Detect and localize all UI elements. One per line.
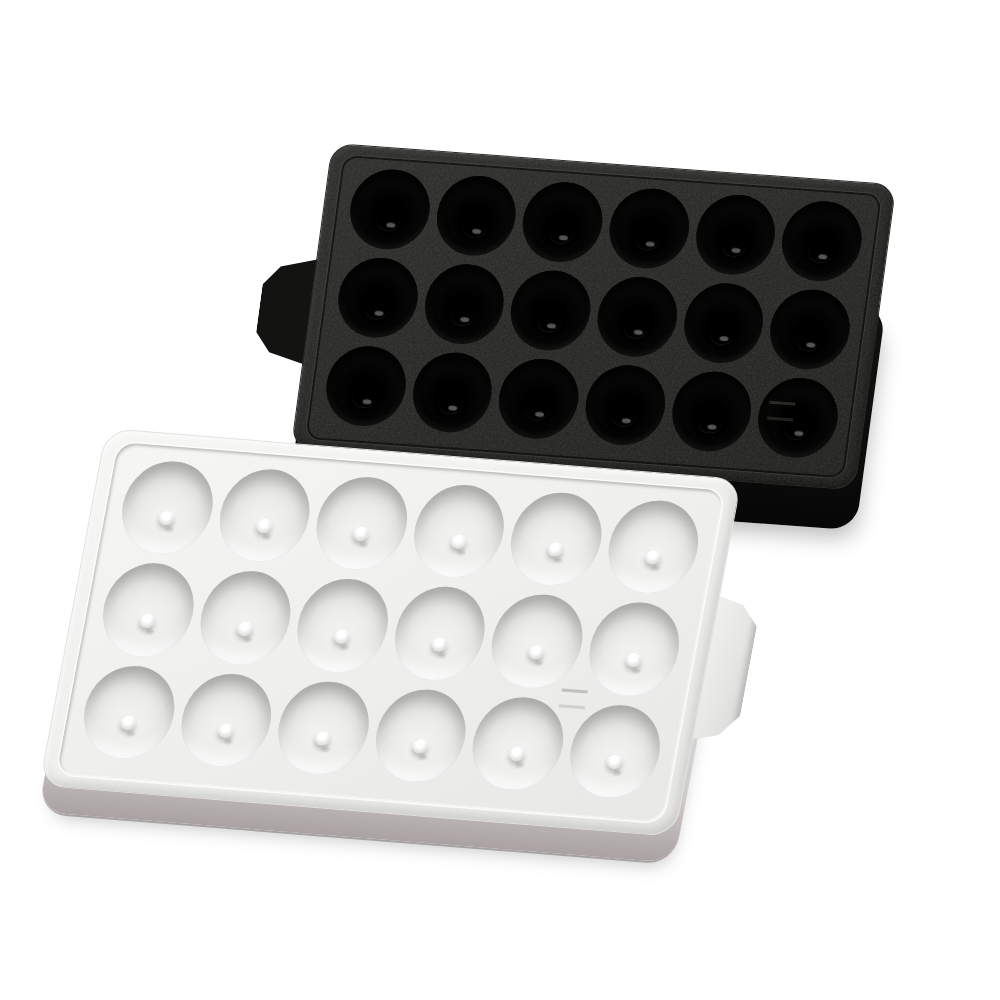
pit-white-r2c1 <box>95 560 200 659</box>
pit-black-r3c5 <box>667 369 756 454</box>
pit-highlight-speck <box>547 323 557 329</box>
pit-white-r1c2 <box>212 466 317 565</box>
pit-white-r3c1 <box>76 662 181 761</box>
pit-center-nub <box>449 534 467 549</box>
pit-center-hole <box>611 404 637 426</box>
pit-center-nub <box>352 527 370 542</box>
pit-black-r3c4 <box>581 363 670 448</box>
pit-highlight-speck <box>818 254 828 260</box>
black-tray <box>291 143 897 490</box>
pit-white-r1c6 <box>600 497 705 596</box>
pit-center-nub <box>605 754 623 769</box>
pit-center-hole <box>623 316 649 338</box>
pit-center-nub <box>255 519 273 534</box>
pit-highlight-speck <box>418 754 427 760</box>
pit-highlight-speck <box>145 629 154 635</box>
pit-center-hole <box>795 329 821 351</box>
pit-center-hole <box>536 310 562 332</box>
pit-highlight-speck <box>534 660 543 666</box>
pit-highlight-speck <box>633 329 643 335</box>
pit-center-nub <box>158 511 176 526</box>
pit-center-hole <box>709 322 735 344</box>
pit-black-r2c1 <box>333 255 422 340</box>
pit-highlight-speck <box>224 738 233 744</box>
pit-center-hole <box>351 385 377 407</box>
pit-black-r3c2 <box>408 350 497 435</box>
black-tray-top-face <box>291 143 897 490</box>
white-tray <box>39 428 742 837</box>
white-tray-top-face <box>39 428 742 837</box>
pit-center-nub <box>546 542 564 557</box>
pit-center-hole <box>548 221 574 243</box>
pit-highlight-speck <box>553 558 562 564</box>
pit-white-r3c5 <box>465 694 570 793</box>
pit-highlight-speck <box>126 731 135 737</box>
pit-white-r2c4 <box>387 584 492 683</box>
pit-highlight-speck <box>559 235 569 241</box>
pit-white-r1c1 <box>114 458 219 557</box>
pit-black-r2c2 <box>420 262 509 347</box>
pit-highlight-speck <box>321 746 330 752</box>
pit-center-hole <box>375 209 401 231</box>
pit-white-r1c5 <box>503 489 608 588</box>
pit-black-r2c3 <box>506 268 595 353</box>
pit-center-hole <box>721 234 747 256</box>
pit-highlight-speck <box>645 241 655 247</box>
pit-highlight-speck <box>651 566 660 572</box>
pit-highlight-speck <box>362 399 372 405</box>
pit-center-nub <box>217 723 235 738</box>
pit-highlight-speck <box>165 526 174 532</box>
pit-center-hole <box>524 398 550 420</box>
pit-highlight-speck <box>374 310 384 316</box>
pit-highlight-speck <box>535 411 545 417</box>
pit-highlight-speck <box>386 222 396 228</box>
black-tray-stack-mark <box>767 401 795 422</box>
pit-center-nub <box>644 550 662 565</box>
pit-center-hole <box>697 411 723 433</box>
pit-center-nub <box>236 621 254 636</box>
pit-highlight-speck <box>631 668 640 674</box>
pit-center-nub <box>139 613 157 628</box>
pit-highlight-speck <box>515 762 524 768</box>
pit-white-r2c3 <box>290 576 395 675</box>
pit-white-r3c3 <box>271 678 376 777</box>
pit-highlight-speck <box>456 550 465 556</box>
pit-highlight-speck <box>612 770 621 776</box>
pit-highlight-speck <box>243 636 252 642</box>
pit-center-hole <box>807 240 833 262</box>
pit-center-hole <box>462 215 488 237</box>
pit-black-r1c5 <box>691 192 780 277</box>
pit-black-r2c4 <box>593 274 682 359</box>
pit-black-r1c3 <box>518 180 607 265</box>
pit-black-r1c6 <box>777 199 866 284</box>
pit-center-nub <box>430 637 448 652</box>
pit-center-hole <box>450 303 476 325</box>
pit-highlight-speck <box>359 542 368 548</box>
product-photo-scene <box>0 0 1000 1000</box>
pit-white-r3c4 <box>368 686 473 785</box>
pit-highlight-speck <box>262 534 271 540</box>
pit-highlight-speck <box>794 430 804 436</box>
pit-center-hole <box>363 297 389 319</box>
pit-center-nub <box>314 731 332 746</box>
pit-black-r1c4 <box>605 186 694 271</box>
pit-black-r2c6 <box>765 287 854 372</box>
pit-highlight-speck <box>340 644 349 650</box>
pit-white-r1c3 <box>309 474 414 573</box>
pit-center-nub <box>508 747 526 762</box>
pit-black-r2c5 <box>679 281 768 366</box>
pit-center-nub <box>527 644 545 659</box>
pit-white-r2c2 <box>193 568 298 667</box>
white-tray-stack-mark <box>559 688 588 709</box>
pit-white-r2c6 <box>581 599 686 698</box>
pit-white-r3c6 <box>562 702 667 801</box>
pit-black-r1c2 <box>432 173 521 258</box>
pit-white-r2c5 <box>484 592 589 691</box>
pit-black-r1c1 <box>345 167 434 252</box>
pit-black-r3c1 <box>321 344 410 429</box>
pit-highlight-speck <box>437 652 446 658</box>
pit-center-hole <box>635 228 661 250</box>
pit-highlight-speck <box>806 342 816 348</box>
pit-white-r3c2 <box>173 670 278 769</box>
pit-center-nub <box>333 629 351 644</box>
pit-highlight-speck <box>621 418 631 424</box>
pit-center-hole <box>438 392 464 414</box>
pit-center-nub <box>120 715 138 730</box>
pit-center-nub <box>625 652 643 667</box>
pit-black-r3c3 <box>494 356 583 441</box>
pit-white-r1c4 <box>406 482 511 581</box>
white-tray-pit-grid <box>76 458 706 801</box>
pit-center-nub <box>411 739 429 754</box>
